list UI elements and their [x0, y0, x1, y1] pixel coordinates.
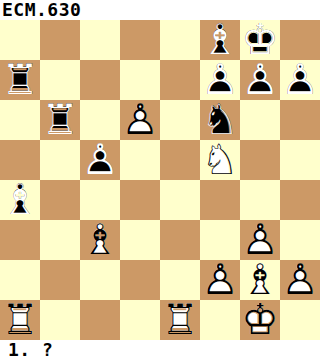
square-a1[interactable]: ♜♖: [0, 300, 40, 340]
square-g6[interactable]: [240, 100, 280, 140]
square-e4[interactable]: [160, 180, 200, 220]
square-d5[interactable]: [120, 140, 160, 180]
square-b8[interactable]: [40, 20, 80, 60]
piece-white-pawn: ♟: [280, 260, 320, 300]
square-f8[interactable]: ♝♗: [200, 20, 240, 60]
square-e6[interactable]: [160, 100, 200, 140]
square-e5[interactable]: [160, 140, 200, 180]
square-f4[interactable]: [200, 180, 240, 220]
piece-black-pawn-detail: ♙: [280, 60, 320, 100]
square-b7[interactable]: [40, 60, 80, 100]
move-prompt: 1. ?: [0, 340, 320, 360]
square-d4[interactable]: [120, 180, 160, 220]
square-d2[interactable]: [120, 260, 160, 300]
piece-white-pawn-detail: ♙: [280, 260, 320, 300]
square-b2[interactable]: [40, 260, 80, 300]
piece-black-bishop: ♝: [0, 180, 40, 220]
piece-black-knight: ♞: [200, 100, 240, 140]
piece-black-pawn-detail: ♙: [200, 60, 240, 100]
piece-black-bishop: ♝: [200, 20, 240, 60]
piece-black-bishop-detail: ♗: [200, 20, 240, 60]
square-h4[interactable]: [280, 180, 320, 220]
piece-black-bishop-detail: ♗: [0, 180, 40, 220]
square-a6[interactable]: [0, 100, 40, 140]
piece-white-pawn: ♟: [240, 220, 280, 260]
square-g2[interactable]: ♝♗: [240, 260, 280, 300]
piece-black-pawn: ♟: [200, 60, 240, 100]
piece-white-rook-detail: ♖: [160, 300, 200, 340]
square-c3[interactable]: ♝♗: [80, 220, 120, 260]
piece-white-bishop-detail: ♗: [80, 220, 120, 260]
square-d3[interactable]: [120, 220, 160, 260]
square-c2[interactable]: [80, 260, 120, 300]
square-c1[interactable]: [80, 300, 120, 340]
square-a5[interactable]: [0, 140, 40, 180]
puzzle-id-label: ECM.630: [0, 0, 320, 20]
square-e3[interactable]: [160, 220, 200, 260]
square-a7[interactable]: ♜♖: [0, 60, 40, 100]
square-h2[interactable]: ♟♙: [280, 260, 320, 300]
square-b6[interactable]: ♜♖: [40, 100, 80, 140]
chess-board: ♝♗♚♔♜♖♟♙♟♙♟♙♜♖♟♙♞♘♟♙♞♘♝♗♝♗♟♙♟♙♝♗♟♙♜♖♜♖♚♔: [0, 20, 320, 340]
piece-white-rook: ♜: [0, 300, 40, 340]
square-h3[interactable]: [280, 220, 320, 260]
piece-black-pawn-detail: ♙: [240, 60, 280, 100]
square-a8[interactable]: [0, 20, 40, 60]
square-f1[interactable]: [200, 300, 240, 340]
piece-black-pawn: ♟: [280, 60, 320, 100]
square-a2[interactable]: [0, 260, 40, 300]
piece-black-rook-detail: ♖: [0, 60, 40, 100]
piece-white-rook: ♜: [160, 300, 200, 340]
square-e1[interactable]: ♜♖: [160, 300, 200, 340]
piece-black-rook: ♜: [0, 60, 40, 100]
piece-black-king: ♚: [240, 20, 280, 60]
piece-black-knight-detail: ♘: [200, 100, 240, 140]
chess-puzzle-page: ECM.630 ♝♗♚♔♜♖♟♙♟♙♟♙♜♖♟♙♞♘♟♙♞♘♝♗♝♗♟♙♟♙♝♗…: [0, 0, 320, 360]
square-d6[interactable]: ♟♙: [120, 100, 160, 140]
square-c7[interactable]: [80, 60, 120, 100]
square-c5[interactable]: ♟♙: [80, 140, 120, 180]
square-b3[interactable]: [40, 220, 80, 260]
square-f6[interactable]: ♞♘: [200, 100, 240, 140]
piece-white-pawn-detail: ♙: [120, 100, 160, 140]
square-a4[interactable]: ♝♗: [0, 180, 40, 220]
square-h6[interactable]: [280, 100, 320, 140]
piece-white-king-detail: ♔: [240, 300, 280, 340]
piece-black-rook-detail: ♖: [40, 100, 80, 140]
piece-black-pawn: ♟: [80, 140, 120, 180]
square-c4[interactable]: [80, 180, 120, 220]
square-h1[interactable]: [280, 300, 320, 340]
piece-black-rook: ♜: [40, 100, 80, 140]
square-f7[interactable]: ♟♙: [200, 60, 240, 100]
piece-white-rook-detail: ♖: [0, 300, 40, 340]
square-d7[interactable]: [120, 60, 160, 100]
piece-white-knight-detail: ♘: [200, 140, 240, 180]
piece-white-pawn-detail: ♙: [200, 260, 240, 300]
piece-white-bishop: ♝: [240, 260, 280, 300]
square-g3[interactable]: ♟♙: [240, 220, 280, 260]
piece-white-pawn: ♟: [120, 100, 160, 140]
piece-white-pawn: ♟: [200, 260, 240, 300]
square-c6[interactable]: [80, 100, 120, 140]
square-g1[interactable]: ♚♔: [240, 300, 280, 340]
square-f5[interactable]: ♞♘: [200, 140, 240, 180]
square-g7[interactable]: ♟♙: [240, 60, 280, 100]
square-a3[interactable]: [0, 220, 40, 260]
piece-white-bishop: ♝: [80, 220, 120, 260]
piece-black-pawn: ♟: [240, 60, 280, 100]
piece-white-pawn-detail: ♙: [240, 220, 280, 260]
square-e2[interactable]: [160, 260, 200, 300]
square-b4[interactable]: [40, 180, 80, 220]
piece-white-bishop-detail: ♗: [240, 260, 280, 300]
square-h7[interactable]: ♟♙: [280, 60, 320, 100]
square-d8[interactable]: [120, 20, 160, 60]
square-g5[interactable]: [240, 140, 280, 180]
square-f3[interactable]: [200, 220, 240, 260]
square-b5[interactable]: [40, 140, 80, 180]
square-c8[interactable]: [80, 20, 120, 60]
square-h5[interactable]: [280, 140, 320, 180]
square-e8[interactable]: [160, 20, 200, 60]
square-f2[interactable]: ♟♙: [200, 260, 240, 300]
square-g8[interactable]: ♚♔: [240, 20, 280, 60]
piece-white-knight: ♞: [200, 140, 240, 180]
square-h8[interactable]: [280, 20, 320, 60]
square-e7[interactable]: [160, 60, 200, 100]
square-g4[interactable]: [240, 180, 280, 220]
square-b1[interactable]: [40, 300, 80, 340]
piece-black-king-detail: ♔: [240, 20, 280, 60]
piece-black-pawn-detail: ♙: [80, 140, 120, 180]
square-d1[interactable]: [120, 300, 160, 340]
piece-white-king: ♚: [240, 300, 280, 340]
